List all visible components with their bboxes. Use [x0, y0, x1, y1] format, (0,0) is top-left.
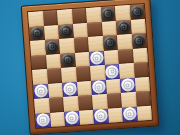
- board-square-b2[interactable]: [49, 97, 64, 112]
- black-checker-piece[interactable]: [101, 7, 115, 21]
- board-square-f4[interactable]: [104, 64, 119, 79]
- board-square-c2[interactable]: [63, 96, 78, 111]
- board-square-a2[interactable]: [34, 98, 49, 113]
- board-square-a7[interactable]: [29, 26, 44, 41]
- board-square-a1[interactable]: [35, 112, 50, 127]
- white-checker-piece[interactable]: [105, 65, 119, 79]
- board-square-d3[interactable]: [77, 80, 92, 95]
- board-square-g5[interactable]: [118, 49, 133, 64]
- board-square-e1[interactable]: [93, 108, 108, 123]
- white-checker-piece[interactable]: [65, 111, 79, 125]
- board-square-c8[interactable]: [57, 9, 72, 24]
- board-square-f2[interactable]: [106, 93, 121, 108]
- white-checker-piece[interactable]: [94, 109, 108, 123]
- board-square-a6[interactable]: [30, 40, 45, 55]
- board-square-b6[interactable]: [45, 39, 60, 54]
- board-square-e5[interactable]: [89, 51, 104, 66]
- white-checker-piece[interactable]: [121, 78, 135, 92]
- board-square-b3[interactable]: [48, 82, 63, 97]
- board-square-g7[interactable]: [116, 20, 131, 35]
- board-square-b8[interactable]: [43, 10, 58, 25]
- board-square-d8[interactable]: [71, 8, 86, 23]
- board-square-d5[interactable]: [75, 52, 90, 67]
- board-square-b7[interactable]: [44, 25, 59, 40]
- board-square-g6[interactable]: [117, 34, 132, 49]
- board-frame: [21, 0, 160, 135]
- board-square-c4[interactable]: [61, 67, 76, 82]
- board-square-c7[interactable]: [58, 24, 73, 39]
- board-square-f5[interactable]: [103, 50, 118, 65]
- white-checker-piece[interactable]: [90, 51, 104, 65]
- board-square-d4[interactable]: [76, 66, 91, 81]
- board-square-e8[interactable]: [86, 7, 101, 22]
- board-square-h5[interactable]: [132, 47, 147, 62]
- board-square-f6[interactable]: [102, 35, 117, 50]
- board-square-f8[interactable]: [100, 6, 115, 21]
- board-square-e4[interactable]: [90, 65, 105, 80]
- board-square-d6[interactable]: [74, 37, 89, 52]
- board-square-e3[interactable]: [91, 79, 106, 94]
- board-square-h8[interactable]: [129, 4, 144, 19]
- board-square-h2[interactable]: [135, 91, 150, 106]
- board-square-c6[interactable]: [59, 38, 74, 53]
- board-square-b5[interactable]: [46, 54, 61, 69]
- white-checker-piece[interactable]: [34, 84, 48, 98]
- board-square-f3[interactable]: [105, 78, 120, 93]
- black-checker-piece[interactable]: [61, 53, 75, 67]
- board-square-c5[interactable]: [60, 53, 75, 68]
- black-checker-piece[interactable]: [132, 34, 146, 48]
- board-square-g4[interactable]: [119, 63, 134, 78]
- board-square-g8[interactable]: [115, 5, 130, 20]
- white-checker-piece[interactable]: [36, 113, 50, 127]
- black-checker-piece[interactable]: [117, 20, 131, 34]
- board-square-a3[interactable]: [33, 83, 48, 98]
- board-square-f1[interactable]: [107, 107, 122, 122]
- board-square-h6[interactable]: [131, 33, 146, 48]
- board-square-f7[interactable]: [101, 21, 116, 36]
- board-square-g3[interactable]: [120, 77, 135, 92]
- app-background: [0, 0, 180, 135]
- black-checker-piece[interactable]: [45, 40, 59, 54]
- board-square-g1[interactable]: [122, 106, 137, 121]
- board-square-e7[interactable]: [87, 22, 102, 37]
- black-checker-piece[interactable]: [103, 36, 117, 50]
- board-square-d2[interactable]: [78, 95, 93, 110]
- board-square-e6[interactable]: [88, 36, 103, 51]
- board-square-a5[interactable]: [31, 55, 46, 70]
- board-square-a4[interactable]: [32, 69, 47, 84]
- board-square-h3[interactable]: [134, 76, 149, 91]
- white-checker-piece[interactable]: [63, 82, 77, 96]
- board-grid: [27, 3, 153, 129]
- white-checker-piece[interactable]: [123, 107, 137, 121]
- black-checker-piece[interactable]: [130, 5, 144, 19]
- board-square-g2[interactable]: [121, 92, 136, 107]
- checkers-board: [21, 0, 160, 135]
- board-square-b1[interactable]: [50, 111, 65, 126]
- black-checker-piece[interactable]: [59, 24, 73, 38]
- black-checker-piece[interactable]: [30, 26, 44, 40]
- board-square-c3[interactable]: [62, 81, 77, 96]
- board-square-c1[interactable]: [64, 110, 79, 125]
- board-square-b4[interactable]: [47, 68, 62, 83]
- board-square-d1[interactable]: [79, 109, 94, 124]
- board-square-h4[interactable]: [133, 62, 148, 77]
- board-square-d7[interactable]: [73, 23, 88, 38]
- white-checker-piece[interactable]: [92, 80, 106, 94]
- board-square-e2[interactable]: [92, 94, 107, 109]
- board-square-a8[interactable]: [28, 11, 43, 26]
- board-square-h7[interactable]: [130, 19, 145, 34]
- board-square-h1[interactable]: [136, 105, 151, 120]
